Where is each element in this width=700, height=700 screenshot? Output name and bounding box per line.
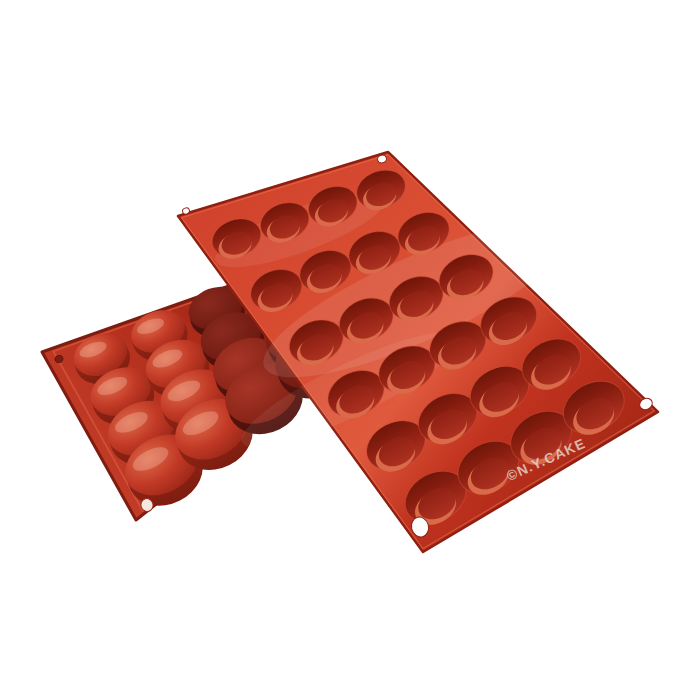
product-photo-stage: ©N.Y.CAKE: [0, 0, 700, 700]
scene-svg: ©N.Y.CAKE: [0, 0, 700, 700]
